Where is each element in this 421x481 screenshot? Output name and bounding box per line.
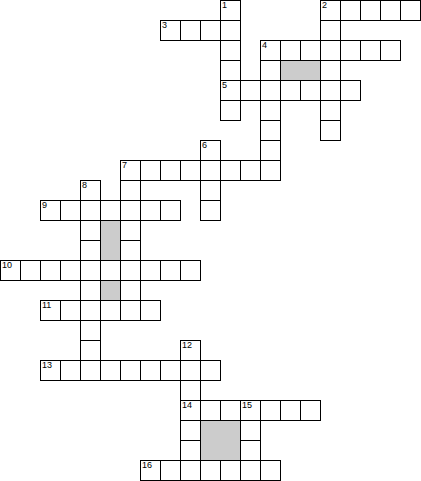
cell-r11-c6[interactable] [120,220,141,241]
cell-r5-c16[interactable] [320,100,341,121]
cell-r2-c17[interactable] [340,40,361,61]
cell-r3-c13[interactable] [260,60,281,81]
cell-r14-c6[interactable] [120,280,141,301]
cell-r10-c2[interactable]: 9 [40,200,61,221]
cell-r5-c11[interactable] [220,100,241,121]
cell-r15-c6[interactable] [120,300,141,321]
cell-r3-c11[interactable] [220,60,241,81]
shaded-block [200,420,241,461]
cell-r20-c10[interactable] [200,400,221,421]
cell-r4-c16[interactable] [320,80,341,101]
cell-r0-c20[interactable] [400,0,421,21]
cell-r8-c8[interactable] [160,160,181,181]
cell-r0-c17[interactable] [340,0,361,21]
clue-number-15: 15 [242,401,252,410]
cell-r1-c11[interactable] [220,20,241,41]
cell-r10-c6[interactable] [120,200,141,221]
cell-r2-c14[interactable] [280,40,301,61]
cell-r15-c5[interactable] [100,300,121,321]
cell-r22-c9[interactable] [180,440,201,461]
cell-r4-c14[interactable] [280,80,301,101]
clue-number-8: 8 [82,181,87,190]
cell-r17-c4[interactable] [80,340,101,361]
cell-r7-c13[interactable] [260,140,281,161]
clue-number-9: 9 [42,201,47,210]
cell-r18-c4[interactable] [80,360,101,381]
cell-r2-c11[interactable] [220,40,241,61]
cell-r9-c4[interactable]: 8 [80,180,101,201]
cell-r15-c2[interactable]: 11 [40,300,61,321]
clue-number-2: 2 [322,1,327,10]
cell-r0-c16[interactable]: 2 [320,0,341,21]
cell-r2-c13[interactable]: 4 [260,40,281,61]
cell-r18-c10[interactable] [200,360,221,381]
shaded-block [100,220,121,261]
clue-number-12: 12 [182,341,192,350]
cell-r3-c16[interactable] [320,60,341,81]
cell-r8-c7[interactable] [140,160,161,181]
cell-r8-c6[interactable]: 7 [120,160,141,181]
cell-r4-c11[interactable]: 5 [220,80,241,101]
clue-number-5: 5 [222,81,227,90]
clue-number-10: 10 [2,261,12,270]
cell-r13-c2[interactable] [40,260,61,281]
cell-r1-c10[interactable] [200,20,221,41]
cell-r4-c12[interactable] [240,80,261,101]
cell-r20-c14[interactable] [280,400,301,421]
cell-r13-c3[interactable] [60,260,81,281]
crossword-grid: 12345678910111213141516 [0,0,421,481]
cell-r13-c9[interactable] [180,260,201,281]
cell-r19-c9[interactable] [180,380,201,401]
cell-r20-c9[interactable]: 14 [180,400,201,421]
cell-r4-c17[interactable] [340,80,361,101]
cell-r23-c7[interactable]: 16 [140,460,161,481]
cell-r17-c9[interactable]: 12 [180,340,201,361]
cell-r18-c6[interactable] [120,360,141,381]
cell-r9-c10[interactable] [200,180,221,201]
cell-r20-c13[interactable] [260,400,281,421]
cell-r4-c13[interactable] [260,80,281,101]
cell-r8-c13[interactable] [260,160,281,181]
shaded-block [100,280,121,301]
clue-number-7: 7 [122,161,127,170]
cell-r23-c10[interactable] [200,460,221,481]
cell-r18-c3[interactable] [60,360,81,381]
cell-r6-c13[interactable] [260,120,281,141]
cell-r23-c9[interactable] [180,460,201,481]
cell-r18-c7[interactable] [140,360,161,381]
cell-r13-c7[interactable] [140,260,161,281]
cell-r23-c12[interactable] [240,460,261,481]
cell-r2-c19[interactable] [380,40,401,61]
cell-r0-c18[interactable] [360,0,381,21]
clue-number-3: 3 [162,21,167,30]
cell-r10-c7[interactable] [140,200,161,221]
cell-r13-c8[interactable] [160,260,181,281]
clue-number-16: 16 [142,461,152,470]
cell-r13-c5[interactable] [100,260,121,281]
clue-number-14: 14 [182,401,192,410]
clue-number-1: 1 [222,1,227,10]
cell-r20-c12[interactable]: 15 [240,400,261,421]
cell-r2-c18[interactable] [360,40,381,61]
cell-r18-c5[interactable] [100,360,121,381]
cell-r7-c10[interactable]: 6 [200,140,221,161]
cell-r21-c12[interactable] [240,420,261,441]
cell-r13-c0[interactable]: 10 [0,260,21,281]
cell-r12-c4[interactable] [80,240,101,261]
cell-r8-c9[interactable] [180,160,201,181]
cell-r13-c1[interactable] [20,260,41,281]
cell-r14-c4[interactable] [80,280,101,301]
cell-r10-c10[interactable] [200,200,221,221]
cell-r23-c11[interactable] [220,460,241,481]
clue-number-13: 13 [42,361,52,370]
cell-r10-c4[interactable] [80,200,101,221]
cell-r8-c11[interactable] [220,160,241,181]
cell-r2-c15[interactable] [300,40,321,61]
cell-r8-c10[interactable] [200,160,221,181]
cell-r22-c12[interactable] [240,440,261,461]
cell-r16-c4[interactable] [80,320,101,341]
clue-number-4: 4 [262,41,267,50]
cell-r15-c4[interactable] [80,300,101,321]
shaded-block [280,60,321,81]
cell-r15-c7[interactable] [140,300,161,321]
cell-r0-c11[interactable]: 1 [220,0,241,21]
cell-r23-c8[interactable] [160,460,181,481]
cell-r13-c6[interactable] [120,260,141,281]
clue-number-6: 6 [202,141,207,150]
cell-r10-c3[interactable] [60,200,81,221]
cell-r6-c16[interactable] [320,120,341,141]
cell-r1-c9[interactable] [180,20,201,41]
cell-r20-c15[interactable] [300,400,321,421]
cell-r1-c16[interactable] [320,20,341,41]
cell-r21-c9[interactable] [180,420,201,441]
cell-r12-c6[interactable] [120,240,141,261]
clue-number-11: 11 [42,301,51,310]
cell-r8-c12[interactable] [240,160,261,181]
cell-r0-c19[interactable] [380,0,401,21]
cell-r10-c5[interactable] [100,200,121,221]
cell-r1-c8[interactable]: 3 [160,20,181,41]
cell-r9-c6[interactable] [120,180,141,201]
cell-r18-c9[interactable] [180,360,201,381]
cell-r5-c13[interactable] [260,100,281,121]
cell-r18-c2[interactable]: 13 [40,360,61,381]
cell-r10-c8[interactable] [160,200,181,221]
cell-r2-c16[interactable] [320,40,341,61]
cell-r4-c15[interactable] [300,80,321,101]
cell-r18-c8[interactable] [160,360,181,381]
cell-r11-c4[interactable] [80,220,101,241]
cell-r20-c11[interactable] [220,400,241,421]
cell-r23-c13[interactable] [260,460,281,481]
cell-r13-c4[interactable] [80,260,101,281]
cell-r15-c3[interactable] [60,300,81,321]
